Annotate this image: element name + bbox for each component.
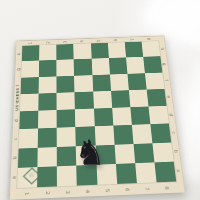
- coordinate-label: 5: [105, 188, 110, 191]
- square[interactable]: [145, 72, 165, 89]
- square[interactable]: [147, 89, 167, 107]
- coordinate-label: 6: [114, 39, 118, 41]
- coordinate-label: 2: [45, 191, 50, 194]
- square[interactable]: [127, 73, 146, 90]
- square[interactable]: [20, 93, 39, 111]
- square[interactable]: [21, 77, 39, 94]
- square[interactable]: [39, 45, 56, 61]
- coordinate-label: a: [176, 170, 181, 173]
- coordinate-label: 4: [85, 189, 90, 192]
- square[interactable]: [74, 43, 92, 59]
- square[interactable]: [94, 108, 113, 127]
- square[interactable]: [141, 41, 160, 57]
- coordinate-label: 4: [80, 40, 84, 42]
- square[interactable]: [135, 162, 157, 183]
- square[interactable]: [112, 107, 132, 126]
- square[interactable]: [57, 44, 74, 60]
- square[interactable]: [75, 109, 94, 128]
- square[interactable]: [38, 128, 57, 147]
- knight-icon: ♘: [28, 172, 34, 179]
- square[interactable]: [91, 58, 109, 75]
- coordinate-label: 1: [25, 192, 30, 195]
- coordinate-label: g: [162, 63, 167, 65]
- square[interactable]: [132, 124, 153, 143]
- square[interactable]: [108, 42, 126, 58]
- diamond-icon: ♘: [22, 167, 40, 184]
- square[interactable]: [21, 61, 39, 78]
- square[interactable]: [152, 142, 173, 162]
- coordinate-label: 1: [29, 42, 33, 44]
- coordinate-label: e: [166, 96, 171, 99]
- square[interactable]: [57, 75, 75, 92]
- coordinate-label: 7: [145, 187, 150, 190]
- brand-logo-emblem: ♘: [22, 167, 40, 184]
- black-knight-piece[interactable]: ♞: [74, 135, 106, 173]
- square[interactable]: [150, 124, 171, 143]
- coordinate-label: c: [13, 138, 18, 141]
- square[interactable]: [110, 74, 129, 91]
- square[interactable]: [126, 57, 145, 74]
- square[interactable]: [129, 89, 149, 107]
- coordinate-label: 2: [46, 41, 50, 43]
- square[interactable]: [113, 125, 133, 144]
- coordinate-label: 3: [63, 41, 67, 43]
- square[interactable]: [57, 59, 75, 76]
- square[interactable]: [148, 106, 168, 125]
- square[interactable]: [19, 111, 38, 130]
- square[interactable]: [38, 110, 57, 129]
- coordinate-label: a: [12, 176, 17, 179]
- square[interactable]: [57, 92, 75, 110]
- square[interactable]: [114, 144, 135, 164]
- square[interactable]: [143, 56, 162, 73]
- coordinate-label: 5: [97, 40, 101, 42]
- square[interactable]: [93, 91, 112, 109]
- square[interactable]: [18, 147, 38, 167]
- square[interactable]: [57, 109, 76, 128]
- coordinate-label: f: [164, 80, 169, 81]
- square[interactable]: [38, 147, 58, 167]
- coordinate-label: d: [168, 113, 173, 116]
- chess-board: 12345678 12345678 hgfedcba hgfedcba US C…: [10, 35, 186, 199]
- coordinate-label: g: [16, 68, 20, 70]
- board-perspective-wrap: 12345678 12345678 hgfedcba hgfedcba US C…: [10, 35, 186, 199]
- coordinate-label: b: [173, 150, 178, 153]
- square[interactable]: [109, 58, 128, 75]
- square[interactable]: [91, 43, 109, 59]
- square[interactable]: [75, 91, 94, 109]
- square[interactable]: [92, 74, 111, 91]
- square[interactable]: [22, 45, 40, 61]
- coordinate-label: h: [17, 52, 21, 54]
- square[interactable]: [133, 143, 154, 163]
- square[interactable]: [111, 90, 130, 108]
- coordinate-label: 7: [131, 38, 135, 40]
- square[interactable]: [154, 161, 176, 182]
- coordinate-label: 6: [125, 188, 130, 191]
- photo-scene: 12345678 12345678 hgfedcba hgfedcba US C…: [0, 0, 200, 200]
- coordinate-label: h: [160, 47, 165, 49]
- coordinate-label: b: [12, 156, 17, 159]
- coordinate-label: 8: [164, 186, 169, 189]
- square[interactable]: [125, 42, 144, 58]
- square[interactable]: [116, 163, 137, 184]
- coordinate-label: 3: [65, 190, 70, 193]
- square[interactable]: [74, 59, 92, 76]
- square[interactable]: [74, 75, 92, 92]
- coordinate-label: 8: [147, 38, 151, 40]
- square[interactable]: [19, 129, 38, 148]
- square[interactable]: [130, 106, 150, 125]
- square[interactable]: [39, 76, 57, 93]
- square[interactable]: [39, 60, 57, 77]
- square[interactable]: [38, 93, 56, 111]
- coordinate-label: d: [14, 119, 19, 122]
- coordinate-label: c: [171, 131, 176, 133]
